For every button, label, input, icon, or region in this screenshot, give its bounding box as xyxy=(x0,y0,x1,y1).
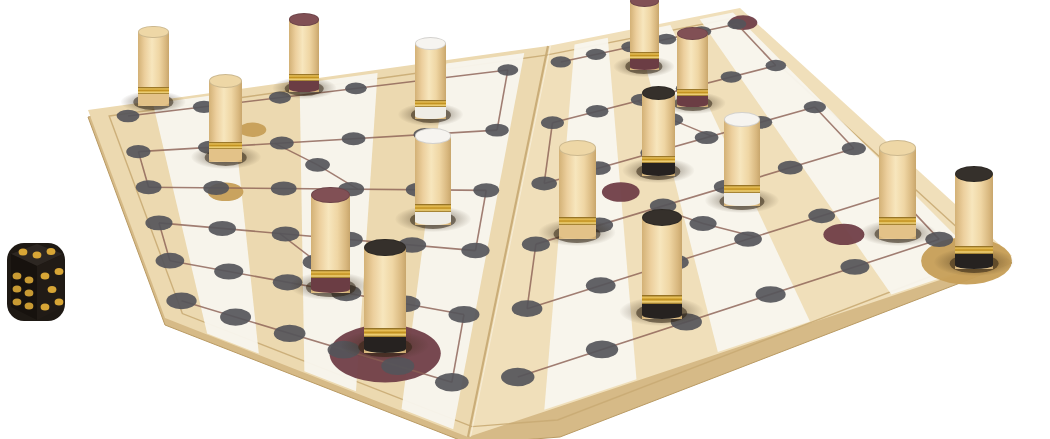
board-hole-dot xyxy=(586,341,618,359)
board-hole-dot xyxy=(270,136,294,149)
special-circle-6 xyxy=(823,224,864,245)
board-hole-dot xyxy=(778,161,803,175)
die-pip-left xyxy=(13,298,22,305)
board-hole-dot xyxy=(721,71,742,83)
board-hole-dot xyxy=(156,253,185,269)
die-pip-top xyxy=(19,248,28,255)
board-hole-dot xyxy=(586,161,611,175)
product-photo-stage xyxy=(0,0,1050,439)
board-hole-dot xyxy=(272,226,300,241)
board-hole-dot xyxy=(198,141,222,154)
board-hole-dot xyxy=(406,183,432,197)
board-hole-dot xyxy=(621,41,641,52)
board-hole-dot xyxy=(126,145,150,158)
board-hole-dot xyxy=(214,263,243,279)
die-pip-left xyxy=(25,289,34,296)
board-hole-dot xyxy=(331,285,361,302)
board-hole-dot xyxy=(586,218,613,233)
board-hole-dot xyxy=(695,131,719,144)
board-hole-dot xyxy=(550,56,571,67)
board-hole-dot xyxy=(657,34,677,45)
board-hole-dot xyxy=(692,26,711,37)
board-hole-dot xyxy=(203,181,229,195)
die-pip-right xyxy=(55,268,64,275)
board-hole-dot xyxy=(435,373,469,392)
board-hole-dot xyxy=(640,146,664,159)
board-hole-dot xyxy=(117,110,140,123)
board-hole-dot xyxy=(209,221,236,236)
board-hole-dot xyxy=(804,101,826,113)
board-hole-dot xyxy=(512,300,543,317)
board-hole-dot xyxy=(269,92,291,104)
board-hole-dot xyxy=(671,313,702,330)
board-hole-dot xyxy=(840,259,869,275)
board-hole-dot xyxy=(714,180,740,194)
board-hole-dot xyxy=(220,309,251,326)
die-pip-right xyxy=(41,272,50,279)
board-hole-dot xyxy=(398,237,426,252)
board-hole-dot xyxy=(842,142,866,155)
die-pip-left xyxy=(25,302,34,309)
board-hole-dot xyxy=(305,158,330,172)
board-hole-dot xyxy=(631,94,653,106)
game-board xyxy=(0,0,1050,439)
board-hole-dot xyxy=(274,325,306,342)
die-pip-right xyxy=(55,298,64,305)
board-hole-dot xyxy=(660,113,683,126)
board-hole-dot xyxy=(342,132,366,145)
die-pip-top xyxy=(33,251,42,258)
board-hole-dot xyxy=(676,82,698,94)
board-hole-dot xyxy=(689,216,716,231)
board-hole-dot xyxy=(328,341,360,359)
board-hole-dot xyxy=(497,64,518,75)
board-hole-dot xyxy=(586,277,616,293)
board-hole-dot xyxy=(193,101,215,113)
board-hole-dot xyxy=(531,176,557,190)
board-hole-dot xyxy=(273,274,303,290)
die[interactable] xyxy=(2,238,72,328)
board-hole-dot xyxy=(749,116,772,129)
die-pip-left xyxy=(25,276,34,283)
board-hole-dot xyxy=(345,82,367,94)
board-hole-dot xyxy=(473,183,499,197)
board-hole-dot xyxy=(390,295,420,312)
board-hole-dot xyxy=(501,368,534,386)
board-hole-dot xyxy=(421,73,442,85)
board-hole-dot xyxy=(522,236,550,251)
board-hole-dot xyxy=(145,215,172,230)
board-hole-dot xyxy=(166,292,196,309)
board-hole-dot xyxy=(650,199,676,214)
die-pip-left xyxy=(13,272,22,279)
board-hole-dot xyxy=(414,128,438,141)
board-hole-dot xyxy=(808,208,835,223)
board-hole-dot xyxy=(586,49,606,60)
die-pip-right xyxy=(41,303,50,310)
board-hole-dot xyxy=(925,232,953,247)
board-hole-dot xyxy=(335,232,363,247)
board-hole-dot xyxy=(586,105,609,117)
die-pip-right xyxy=(48,286,57,293)
board-hole-dot xyxy=(766,60,787,71)
board-hole-dot xyxy=(449,306,480,323)
die-pip-top xyxy=(47,248,56,255)
board-hole-dot xyxy=(136,180,162,194)
special-circle-2 xyxy=(239,123,267,137)
board-hole-dot xyxy=(461,243,489,259)
special-circle-5 xyxy=(602,182,640,202)
board-hole-dot xyxy=(303,254,332,270)
die-pip-left xyxy=(13,285,22,292)
board-hole-dot xyxy=(727,19,746,29)
board-hole-dot xyxy=(381,357,414,375)
board-hole-dot xyxy=(485,124,508,137)
board-hole-dot xyxy=(338,182,364,196)
board-hole-dot xyxy=(660,254,689,270)
board-hole-dot xyxy=(756,286,786,303)
board-hole-dot xyxy=(882,186,908,200)
board-hole-dot xyxy=(734,231,762,246)
board-hole-dot xyxy=(541,116,564,129)
board-hole-dot xyxy=(271,181,297,195)
